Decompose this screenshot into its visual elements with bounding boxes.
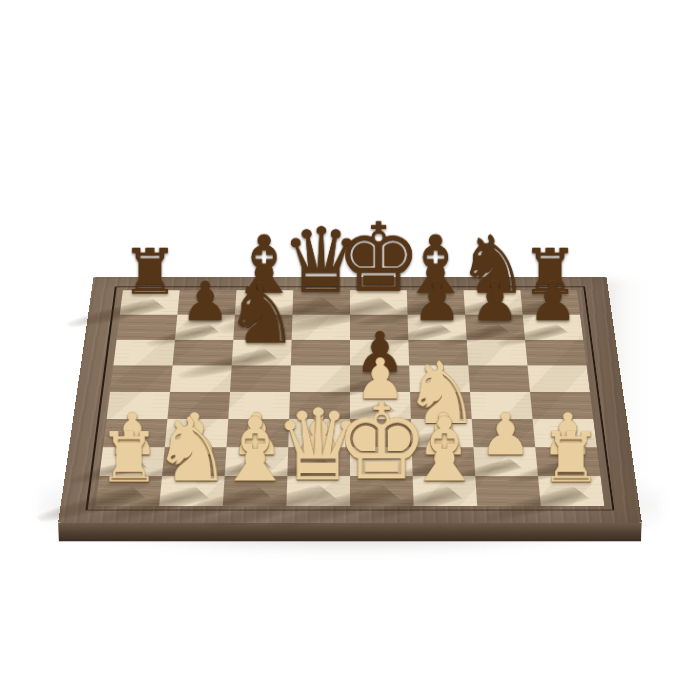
white-bishop-f1[interactable]: ♝ (408, 403, 482, 491)
board-front-edge (58, 523, 642, 542)
square-c7[interactable] (233, 315, 292, 340)
square-b7[interactable] (175, 315, 235, 340)
square-g1[interactable] (475, 476, 540, 506)
square-a5[interactable] (110, 365, 173, 392)
square-b6[interactable] (173, 340, 234, 366)
square-c6[interactable] (232, 340, 292, 366)
square-h6[interactable] (525, 340, 587, 366)
square-a6[interactable] (113, 340, 175, 366)
square-d6[interactable] (291, 340, 350, 366)
white-rook-h1[interactable]: ♜ (534, 422, 608, 491)
square-h8[interactable] (520, 290, 580, 314)
square-b8[interactable] (177, 290, 236, 314)
scene: ♜♝♛♚♝♞♜♟♟♟♟♞♟♟♞♟♟♟♟♟♟♟♜♞♝♛♚♝♜ (0, 0, 700, 700)
square-b5[interactable] (170, 365, 232, 392)
square-c8[interactable] (235, 290, 293, 314)
square-g8[interactable] (464, 290, 523, 314)
square-g7[interactable] (465, 315, 525, 340)
square-f8[interactable] (407, 290, 465, 314)
square-d7[interactable] (292, 315, 350, 340)
square-a8[interactable] (120, 290, 180, 314)
square-e7[interactable] (350, 315, 408, 340)
square-f7[interactable] (408, 315, 467, 340)
square-d8[interactable] (292, 290, 350, 314)
square-h5[interactable] (527, 365, 590, 392)
photo-backdrop: ♜♝♛♚♝♞♜♟♟♟♟♞♟♟♞♟♟♟♟♟♟♟♜♞♝♛♚♝♜ (0, 0, 700, 700)
chess-board[interactable]: ♜♝♛♚♝♞♜♟♟♟♟♞♟♟♞♟♟♟♟♟♟♟♜♞♝♛♚♝♜ (58, 277, 642, 523)
square-a7[interactable] (117, 315, 178, 340)
square-e8[interactable] (350, 290, 408, 314)
square-h7[interactable] (523, 315, 584, 340)
